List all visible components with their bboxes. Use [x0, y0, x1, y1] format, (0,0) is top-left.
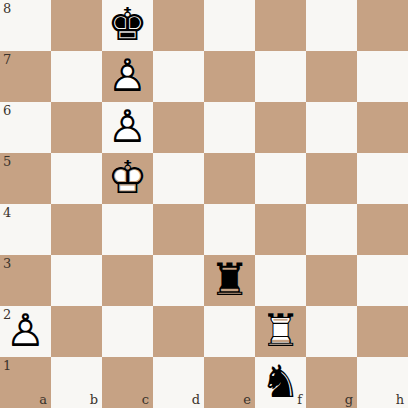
square-f6[interactable] — [255, 102, 306, 153]
square-e4[interactable] — [204, 204, 255, 255]
chess-board: 8♚7♙6♙5♔43♜2♙♖1abcdef♞gh — [0, 0, 408, 408]
rank-label-6: 6 — [3, 104, 11, 117]
square-f7[interactable] — [255, 51, 306, 102]
square-a2[interactable]: 2♙ — [0, 306, 51, 357]
square-e5[interactable] — [204, 153, 255, 204]
square-g6[interactable] — [306, 102, 357, 153]
square-c4[interactable] — [102, 204, 153, 255]
black-knight-piece[interactable]: ♞ — [260, 359, 300, 404]
square-e6[interactable] — [204, 102, 255, 153]
square-e7[interactable] — [204, 51, 255, 102]
square-g3[interactable] — [306, 255, 357, 306]
square-a4[interactable]: 4 — [0, 204, 51, 255]
square-f8[interactable] — [255, 0, 306, 51]
square-e2[interactable] — [204, 306, 255, 357]
square-b3[interactable] — [51, 255, 102, 306]
square-a8[interactable]: 8 — [0, 0, 51, 51]
square-d8[interactable] — [153, 0, 204, 51]
square-b6[interactable] — [51, 102, 102, 153]
square-a6[interactable]: 6 — [0, 102, 51, 153]
black-rook-piece[interactable]: ♜ — [209, 257, 249, 302]
square-a7[interactable]: 7 — [0, 51, 51, 102]
square-d6[interactable] — [153, 102, 204, 153]
square-h2[interactable] — [357, 306, 408, 357]
rank-label-4: 4 — [3, 206, 11, 219]
square-b7[interactable] — [51, 51, 102, 102]
square-h6[interactable] — [357, 102, 408, 153]
square-g1[interactable]: g — [306, 357, 357, 408]
square-b8[interactable] — [51, 0, 102, 51]
white-pawn-piece[interactable]: ♙ — [107, 104, 147, 149]
white-rook-piece[interactable]: ♖ — [260, 308, 300, 353]
rank-label-8: 8 — [3, 2, 11, 15]
file-label-h: h — [396, 393, 404, 406]
square-h5[interactable] — [357, 153, 408, 204]
file-label-c: c — [142, 393, 149, 406]
black-king-piece[interactable]: ♚ — [107, 2, 147, 47]
rank-label-3: 3 — [3, 257, 11, 270]
square-d3[interactable] — [153, 255, 204, 306]
square-e8[interactable] — [204, 0, 255, 51]
square-d2[interactable] — [153, 306, 204, 357]
file-label-d: d — [192, 393, 200, 406]
square-c3[interactable] — [102, 255, 153, 306]
white-pawn-piece[interactable]: ♙ — [107, 53, 147, 98]
square-d1[interactable]: d — [153, 357, 204, 408]
square-e3[interactable]: ♜ — [204, 255, 255, 306]
square-e1[interactable]: e — [204, 357, 255, 408]
square-b2[interactable] — [51, 306, 102, 357]
square-b5[interactable] — [51, 153, 102, 204]
square-h4[interactable] — [357, 204, 408, 255]
rank-label-1: 1 — [3, 359, 11, 372]
square-d4[interactable] — [153, 204, 204, 255]
file-label-e: e — [243, 393, 251, 406]
square-h7[interactable] — [357, 51, 408, 102]
square-g8[interactable] — [306, 0, 357, 51]
square-g7[interactable] — [306, 51, 357, 102]
square-a3[interactable]: 3 — [0, 255, 51, 306]
rank-label-7: 7 — [3, 53, 11, 66]
square-a5[interactable]: 5 — [0, 153, 51, 204]
square-h8[interactable] — [357, 0, 408, 51]
square-c6[interactable]: ♙ — [102, 102, 153, 153]
square-c5[interactable]: ♔ — [102, 153, 153, 204]
square-c7[interactable]: ♙ — [102, 51, 153, 102]
square-d7[interactable] — [153, 51, 204, 102]
square-b1[interactable]: b — [51, 357, 102, 408]
square-g2[interactable] — [306, 306, 357, 357]
square-f1[interactable]: f♞ — [255, 357, 306, 408]
square-a1[interactable]: 1a — [0, 357, 51, 408]
rank-label-5: 5 — [3, 155, 11, 168]
square-f4[interactable] — [255, 204, 306, 255]
square-h1[interactable]: h — [357, 357, 408, 408]
square-d5[interactable] — [153, 153, 204, 204]
file-label-g: g — [345, 393, 353, 406]
square-c2[interactable] — [102, 306, 153, 357]
square-f5[interactable] — [255, 153, 306, 204]
file-label-b: b — [90, 393, 98, 406]
square-f3[interactable] — [255, 255, 306, 306]
square-h3[interactable] — [357, 255, 408, 306]
square-c1[interactable]: c — [102, 357, 153, 408]
white-pawn-piece[interactable]: ♙ — [5, 308, 45, 353]
square-g4[interactable] — [306, 204, 357, 255]
file-label-a: a — [39, 393, 47, 406]
square-g5[interactable] — [306, 153, 357, 204]
square-f2[interactable]: ♖ — [255, 306, 306, 357]
square-c8[interactable]: ♚ — [102, 0, 153, 51]
white-king-piece[interactable]: ♔ — [107, 155, 147, 200]
chess-board-wrapper: 8♚7♙6♙5♔43♜2♙♖1abcdef♞gh — [0, 0, 408, 408]
square-b4[interactable] — [51, 204, 102, 255]
